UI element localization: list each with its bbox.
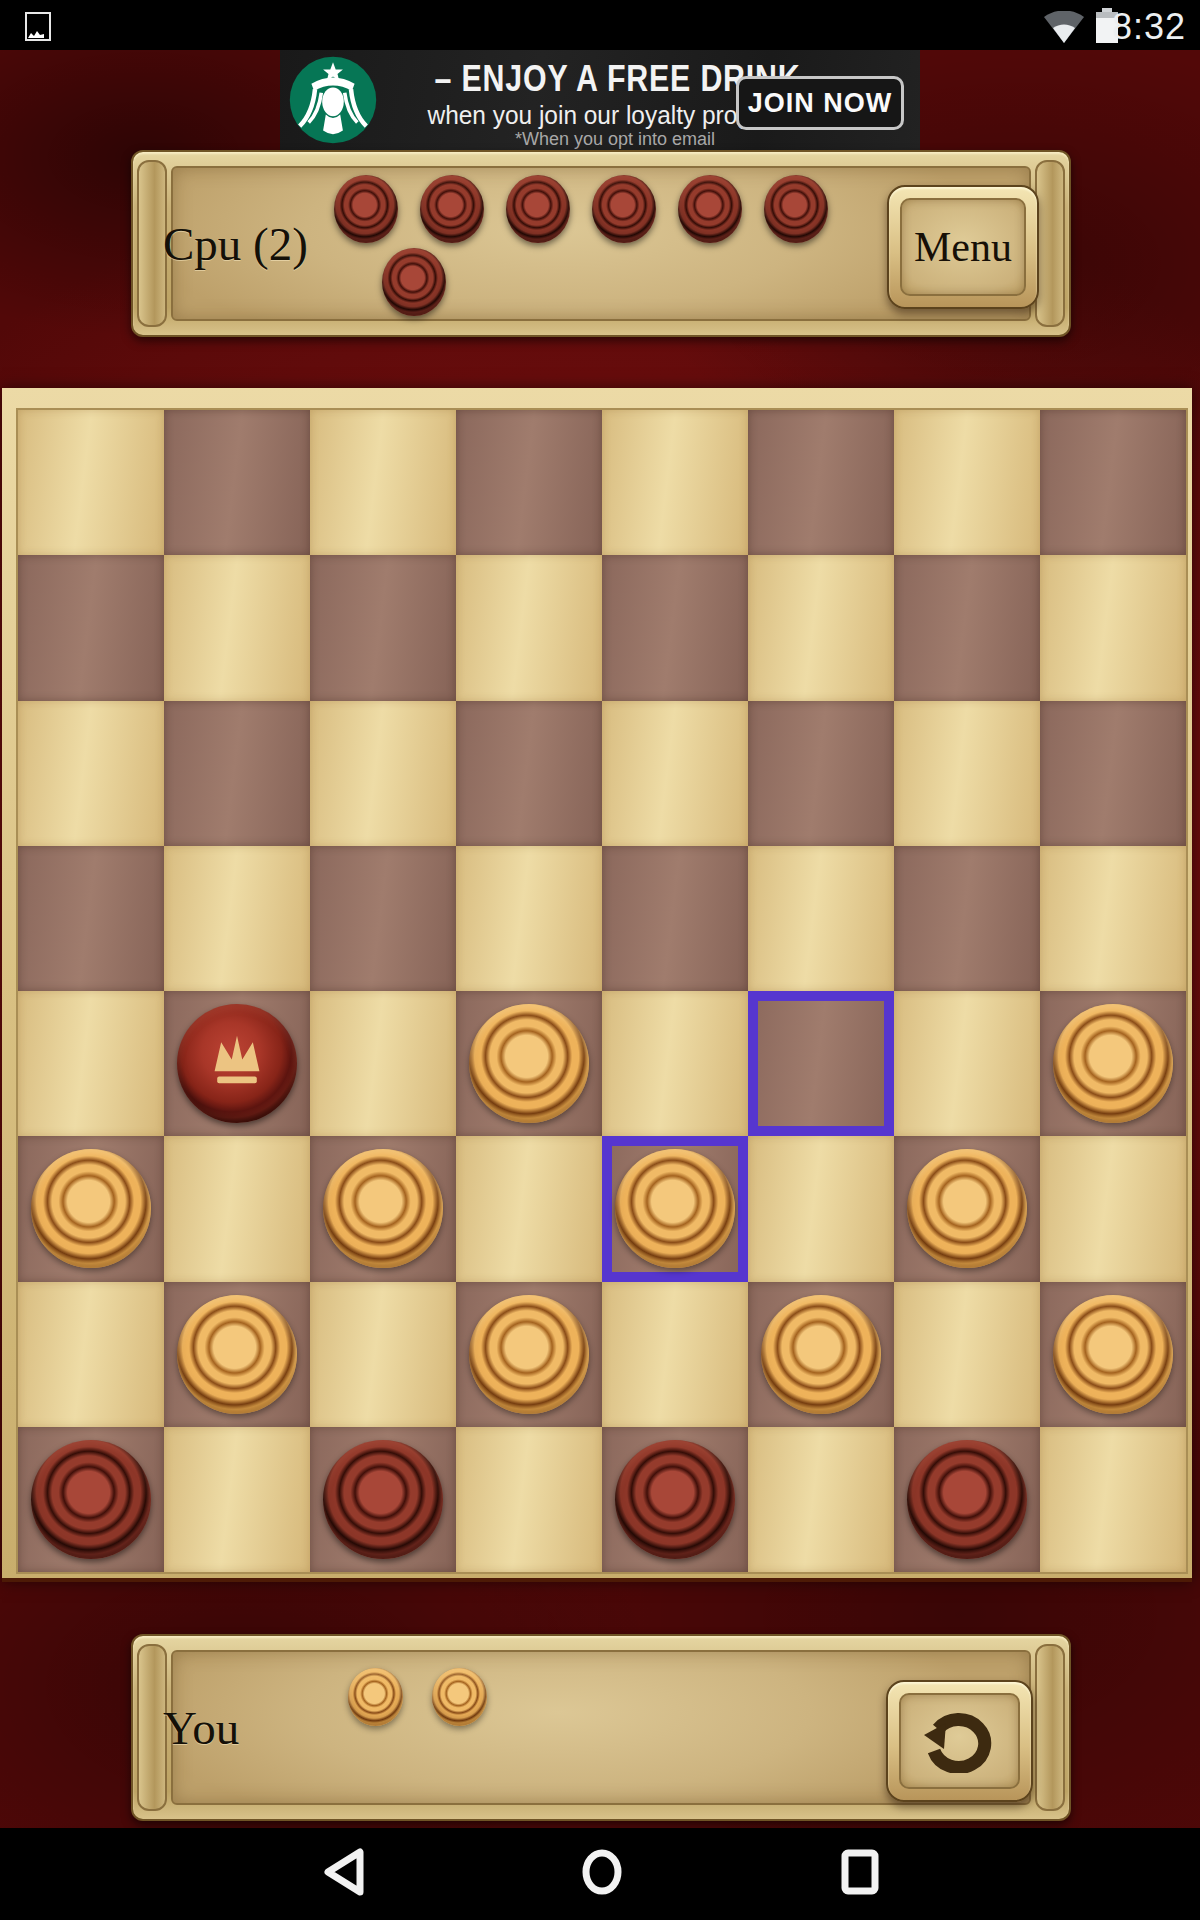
scroll-curl-right — [1035, 1644, 1065, 1811]
gold-man[interactable] — [469, 1004, 589, 1123]
cell-r6c6 — [894, 1282, 1040, 1427]
cell-r0c2 — [310, 410, 456, 555]
red-king[interactable] — [177, 1004, 297, 1123]
captured-red-man — [420, 175, 484, 243]
gold-man[interactable] — [761, 1295, 881, 1414]
cell-r4c7[interactable] — [1040, 991, 1186, 1136]
screenshot-thumbnail-icon — [25, 12, 51, 41]
cell-r4c6 — [894, 991, 1040, 1136]
cell-r1c5 — [748, 555, 894, 700]
cell-r4c1[interactable] — [164, 991, 310, 1136]
cell-r0c6 — [894, 410, 1040, 555]
starbucks-siren-logo — [288, 55, 378, 145]
cell-r3c6[interactable] — [894, 846, 1040, 991]
cell-r6c4 — [602, 1282, 748, 1427]
cell-r0c0 — [18, 410, 164, 555]
captured-red-man — [334, 175, 398, 243]
gold-man[interactable] — [177, 1295, 297, 1414]
cell-r7c3 — [456, 1427, 602, 1572]
cell-r2c1[interactable] — [164, 701, 310, 846]
cell-r1c6[interactable] — [894, 555, 1040, 700]
cell-r0c4 — [602, 410, 748, 555]
cell-r2c5[interactable] — [748, 701, 894, 846]
cell-r5c7 — [1040, 1136, 1186, 1281]
cell-r4c5[interactable] — [748, 991, 894, 1136]
gold-man[interactable] — [615, 1149, 735, 1268]
cell-r1c0[interactable] — [18, 555, 164, 700]
cell-r7c6[interactable] — [894, 1427, 1040, 1572]
cell-r5c3 — [456, 1136, 602, 1281]
captured-gold-man — [432, 1668, 487, 1726]
undo-button[interactable] — [886, 1680, 1033, 1802]
cell-r7c4[interactable] — [602, 1427, 748, 1572]
status-bar: 8:32 — [0, 0, 1200, 50]
cpu-panel: Cpu (2) Menu — [131, 150, 1071, 337]
status-clock: 8:32 — [1112, 6, 1186, 48]
captured-red-man — [382, 248, 446, 316]
scroll-curl-right — [1035, 160, 1065, 327]
cell-r5c0[interactable] — [18, 1136, 164, 1281]
cell-r2c4 — [602, 701, 748, 846]
cell-r4c3[interactable] — [456, 991, 602, 1136]
cell-r1c7 — [1040, 555, 1186, 700]
cell-r3c5 — [748, 846, 894, 991]
captured-red-man — [506, 175, 570, 243]
red-man[interactable] — [907, 1440, 1027, 1559]
cell-r4c2 — [310, 991, 456, 1136]
cell-r0c5[interactable] — [748, 410, 894, 555]
cell-r6c5[interactable] — [748, 1282, 894, 1427]
captured-red-man — [678, 175, 742, 243]
red-man[interactable] — [615, 1440, 735, 1559]
undo-arrow-icon — [924, 1705, 996, 1777]
king-crown-icon — [204, 1031, 270, 1093]
cell-r3c0[interactable] — [18, 846, 164, 991]
wifi-signal-icon — [1044, 11, 1084, 47]
recents-square-icon[interactable] — [838, 1848, 882, 1900]
cell-r2c0 — [18, 701, 164, 846]
cell-r2c2 — [310, 701, 456, 846]
cell-r6c1[interactable] — [164, 1282, 310, 1427]
cell-r5c2[interactable] — [310, 1136, 456, 1281]
cell-r5c4[interactable] — [602, 1136, 748, 1281]
gold-man[interactable] — [1053, 1004, 1173, 1123]
menu-button-label: Menu — [900, 198, 1026, 296]
cell-r4c0 — [18, 991, 164, 1136]
cell-r6c7[interactable] — [1040, 1282, 1186, 1427]
cell-r0c1[interactable] — [164, 410, 310, 555]
cell-r7c5 — [748, 1427, 894, 1572]
join-now-button[interactable]: JOIN NOW — [736, 76, 904, 130]
gold-man[interactable] — [907, 1149, 1027, 1268]
cell-r2c7[interactable] — [1040, 701, 1186, 846]
android-nav-bar — [0, 1828, 1200, 1920]
red-man[interactable] — [31, 1440, 151, 1559]
red-man[interactable] — [323, 1440, 443, 1559]
cell-r0c7[interactable] — [1040, 410, 1186, 555]
cell-r5c6[interactable] — [894, 1136, 1040, 1281]
gold-man[interactable] — [1053, 1295, 1173, 1414]
checkers-board — [2, 388, 1192, 1582]
cell-r3c2[interactable] — [310, 846, 456, 991]
cell-r1c2[interactable] — [310, 555, 456, 700]
cpu-player-label: Cpu (2) — [163, 217, 308, 271]
cell-r7c1 — [164, 1427, 310, 1572]
cell-r2c3[interactable] — [456, 701, 602, 846]
captured-red-man — [592, 175, 656, 243]
you-panel: You — [131, 1634, 1071, 1821]
you-player-label: You — [163, 1701, 239, 1755]
cell-r6c3[interactable] — [456, 1282, 602, 1427]
cell-r7c7 — [1040, 1427, 1186, 1572]
cell-r7c2[interactable] — [310, 1427, 456, 1572]
cell-r0c3[interactable] — [456, 410, 602, 555]
cell-r6c2 — [310, 1282, 456, 1427]
captured-gold-man — [348, 1668, 403, 1726]
back-triangle-icon[interactable] — [322, 1848, 366, 1900]
cell-r5c5 — [748, 1136, 894, 1281]
cell-r1c1 — [164, 555, 310, 700]
cell-r3c3 — [456, 846, 602, 991]
gold-man[interactable] — [469, 1295, 589, 1414]
cell-r5c1 — [164, 1136, 310, 1281]
cell-r1c4[interactable] — [602, 555, 748, 700]
cell-r3c7 — [1040, 846, 1186, 991]
cell-r2c6 — [894, 701, 1040, 846]
cell-r7c0[interactable] — [18, 1427, 164, 1572]
gold-man[interactable] — [31, 1149, 151, 1268]
home-circle-icon[interactable] — [580, 1848, 624, 1900]
gold-man[interactable] — [323, 1149, 443, 1268]
cell-r3c4[interactable] — [602, 846, 748, 991]
cell-r1c3 — [456, 555, 602, 700]
captured-red-man — [764, 175, 828, 243]
cell-r3c1 — [164, 846, 310, 991]
board-grid — [18, 410, 1186, 1572]
cell-r6c0 — [18, 1282, 164, 1427]
ad-banner[interactable]: – ENJOY A FREE DRINK – when you join our… — [280, 50, 920, 150]
cell-r4c4 — [602, 991, 748, 1136]
ad-disclaimer: *When you opt into email — [380, 129, 850, 150]
menu-button[interactable]: Menu — [887, 185, 1039, 309]
